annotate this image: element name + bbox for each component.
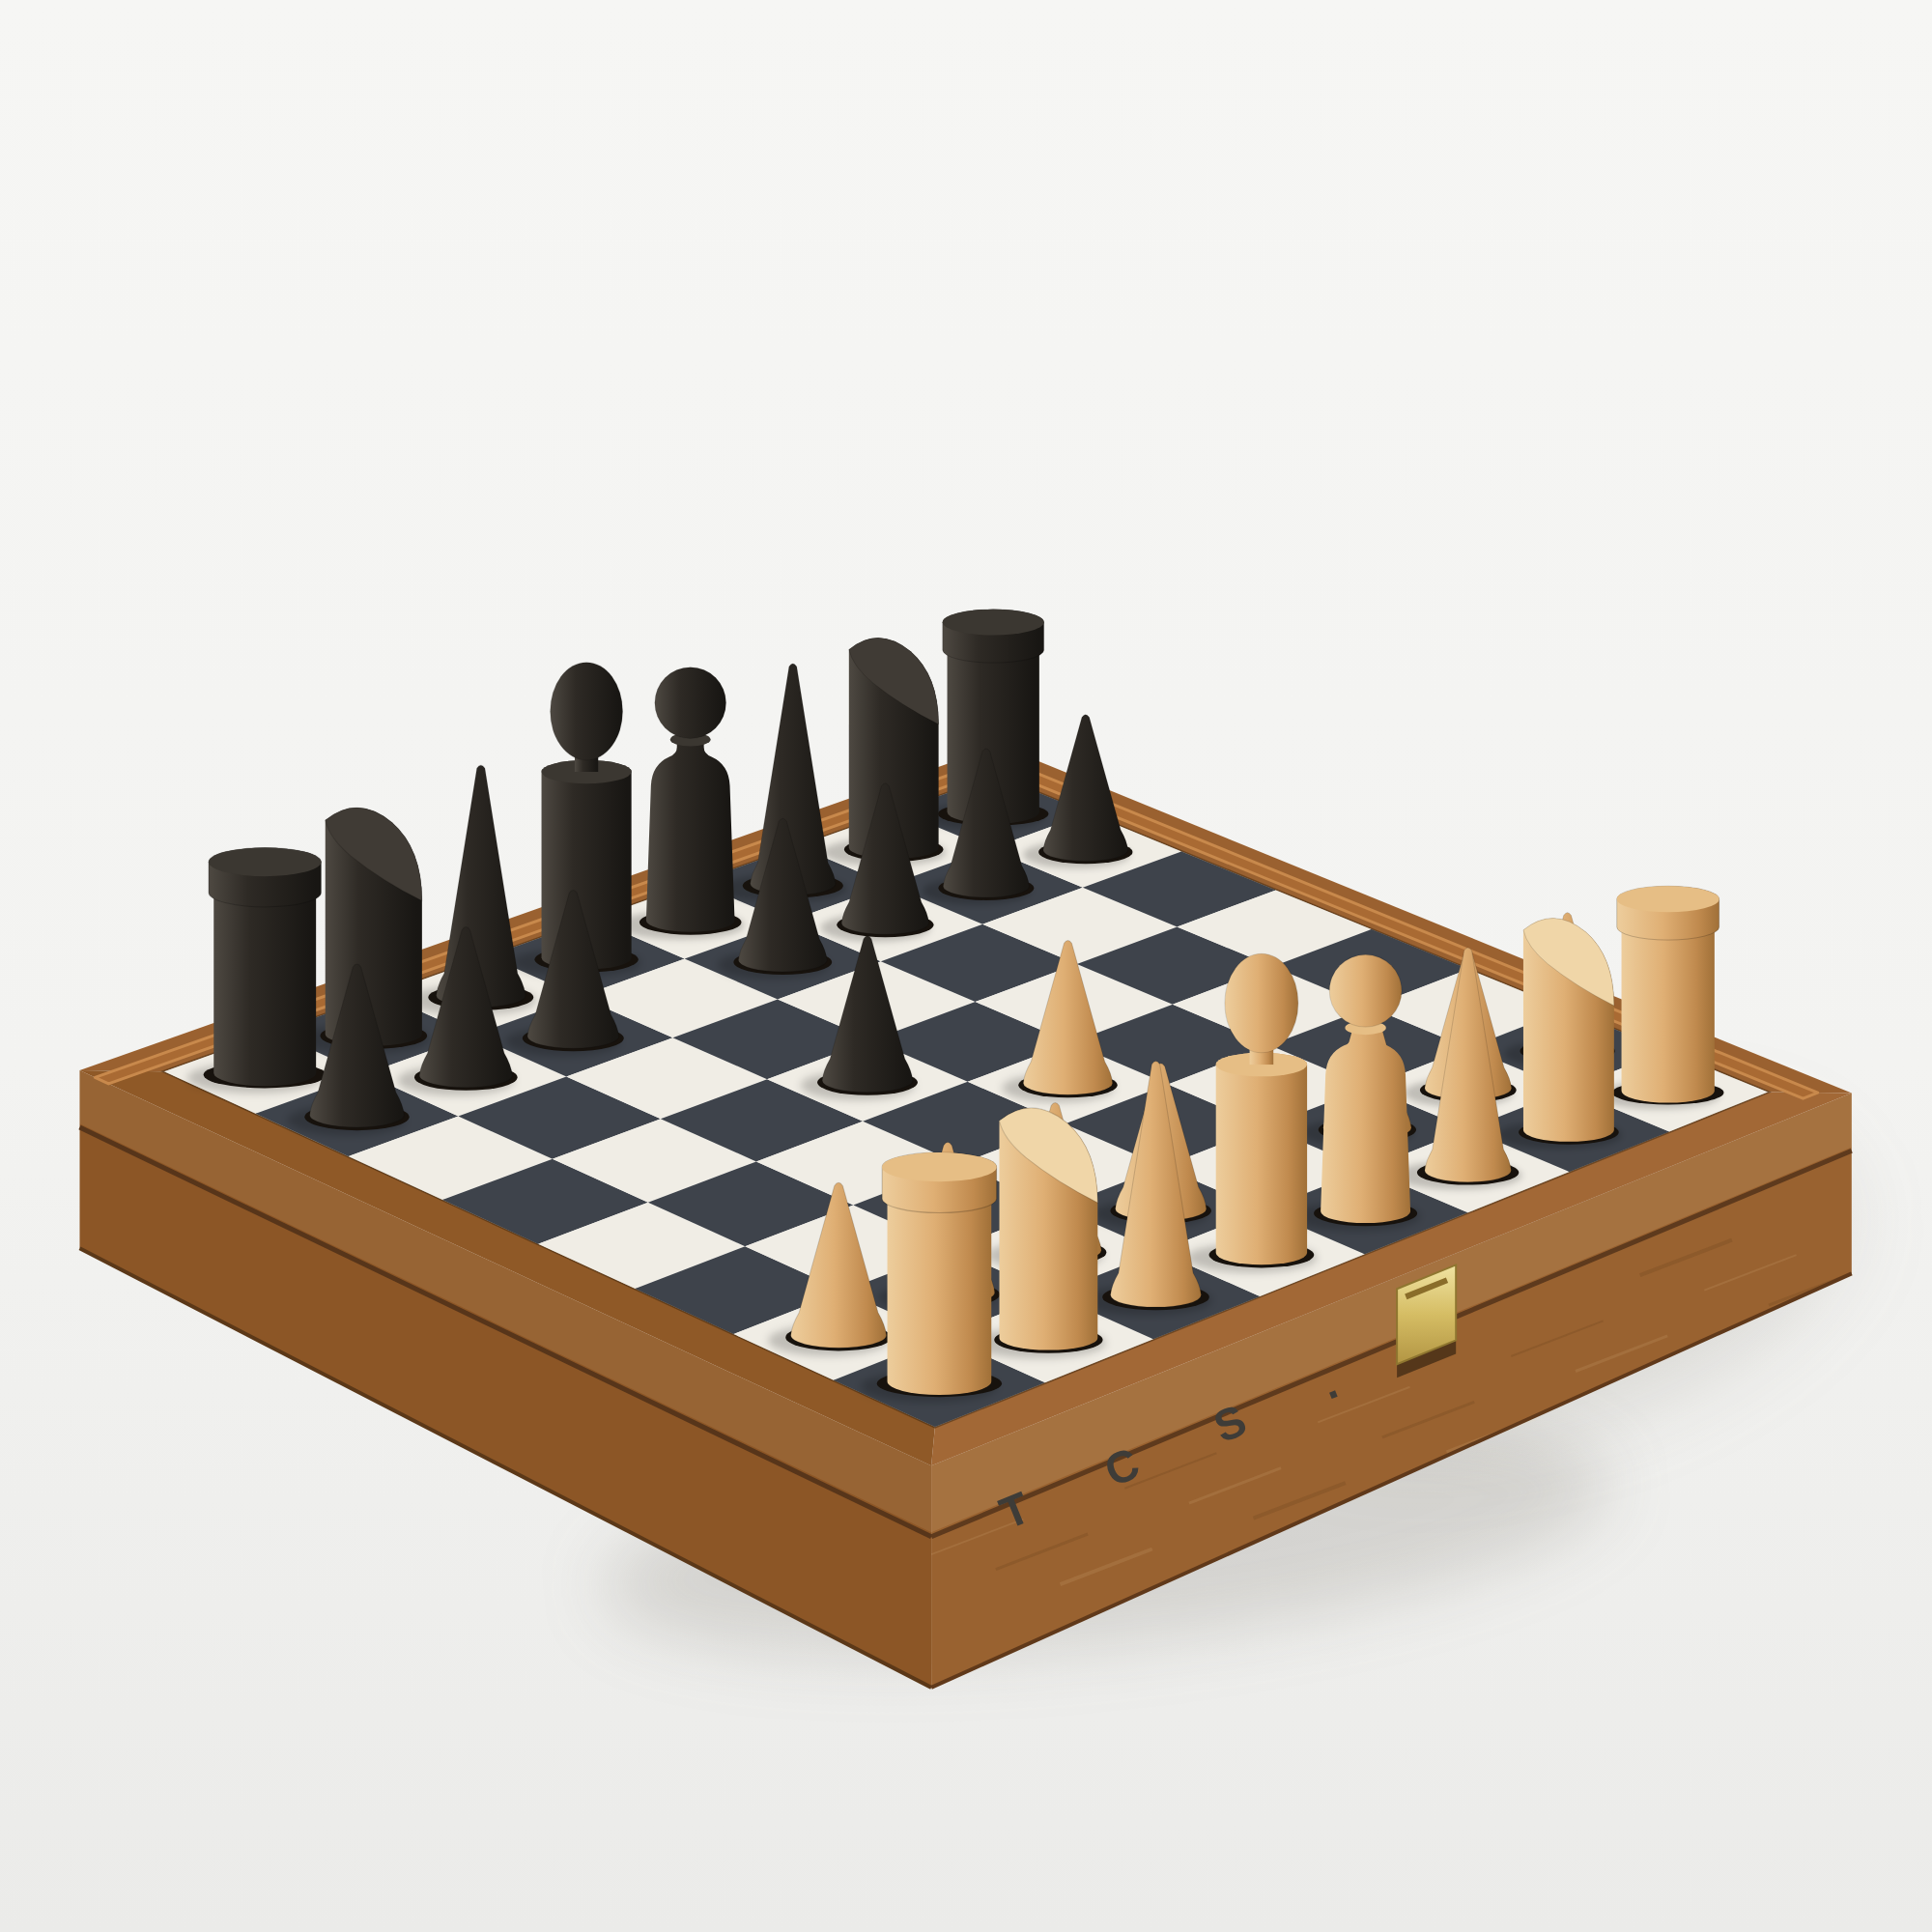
chess-set-scene: black rook ♜ on h8 black knight ♞ on g8 …: [0, 0, 1932, 1932]
product-photo-stage: black rook ♜ on h8 black knight ♞ on g8 …: [0, 0, 1932, 1932]
